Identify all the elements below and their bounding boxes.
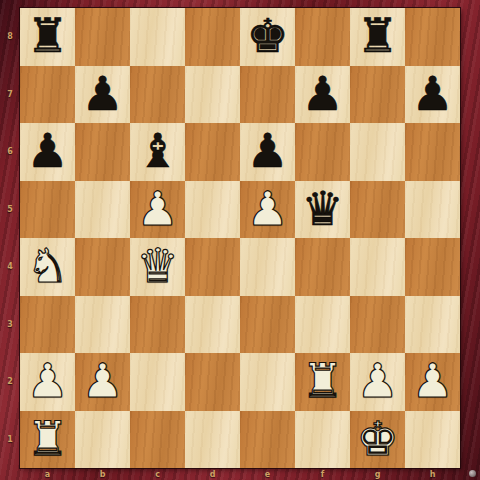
square-a6[interactable]: ♟	[20, 123, 75, 181]
square-f6[interactable]	[295, 123, 350, 181]
file-label-f: f	[295, 468, 350, 480]
square-h4[interactable]	[405, 238, 460, 296]
square-h8[interactable]	[405, 8, 460, 66]
white-king[interactable]: ♚	[356, 415, 398, 462]
rank-label-1: 1	[0, 411, 20, 469]
side-to-move-indicator-icon	[469, 470, 476, 477]
white-rook[interactable]: ♜	[26, 415, 68, 462]
square-f7[interactable]: ♟	[295, 66, 350, 124]
square-e7[interactable]	[240, 66, 295, 124]
square-a2[interactable]: ♟	[20, 353, 75, 411]
black-pawn[interactable]: ♟	[26, 127, 68, 174]
square-e5[interactable]: ♟	[240, 181, 295, 239]
square-f4[interactable]	[295, 238, 350, 296]
square-e4[interactable]	[240, 238, 295, 296]
square-h6[interactable]	[405, 123, 460, 181]
square-a7[interactable]	[20, 66, 75, 124]
square-e3[interactable]	[240, 296, 295, 354]
square-h1[interactable]	[405, 411, 460, 469]
square-d7[interactable]	[185, 66, 240, 124]
file-label-b: b	[75, 468, 130, 480]
black-rook[interactable]: ♜	[26, 12, 68, 59]
black-pawn[interactable]: ♟	[301, 70, 343, 117]
square-f5[interactable]: ♛	[295, 181, 350, 239]
rank-label-2: 2	[0, 353, 20, 411]
white-pawn[interactable]: ♟	[136, 185, 178, 232]
square-g6[interactable]	[350, 123, 405, 181]
square-g3[interactable]	[350, 296, 405, 354]
square-e8[interactable]: ♚	[240, 8, 295, 66]
rank-label-8: 8	[0, 8, 20, 66]
rank-label-5: 5	[0, 181, 20, 239]
file-label-g: g	[350, 468, 405, 480]
file-label-c: c	[130, 468, 185, 480]
square-c8[interactable]	[130, 8, 185, 66]
board: ♜♚♜♟♟♟♟♝♟♟♟♛♞♛♟♟♜♟♟♜♚	[20, 8, 460, 468]
square-b1[interactable]	[75, 411, 130, 469]
square-c4[interactable]: ♛	[130, 238, 185, 296]
square-b7[interactable]: ♟	[75, 66, 130, 124]
square-a8[interactable]: ♜	[20, 8, 75, 66]
square-f3[interactable]	[295, 296, 350, 354]
square-g1[interactable]: ♚	[350, 411, 405, 469]
white-pawn[interactable]: ♟	[246, 185, 288, 232]
square-b3[interactable]	[75, 296, 130, 354]
square-d5[interactable]	[185, 181, 240, 239]
file-label-d: d	[185, 468, 240, 480]
square-h5[interactable]	[405, 181, 460, 239]
square-d8[interactable]	[185, 8, 240, 66]
file-label-h: h	[405, 468, 460, 480]
square-b5[interactable]	[75, 181, 130, 239]
black-bishop[interactable]: ♝	[136, 127, 178, 174]
square-d3[interactable]	[185, 296, 240, 354]
white-pawn[interactable]: ♟	[411, 357, 453, 404]
black-pawn[interactable]: ♟	[246, 127, 288, 174]
rank-labels: 87654321	[0, 8, 20, 468]
black-pawn[interactable]: ♟	[411, 70, 453, 117]
rank-label-7: 7	[0, 66, 20, 124]
square-b4[interactable]	[75, 238, 130, 296]
square-c6[interactable]: ♝	[130, 123, 185, 181]
square-b6[interactable]	[75, 123, 130, 181]
square-a4[interactable]: ♞	[20, 238, 75, 296]
square-g2[interactable]: ♟	[350, 353, 405, 411]
white-pawn[interactable]: ♟	[26, 357, 68, 404]
square-c7[interactable]	[130, 66, 185, 124]
square-f2[interactable]: ♜	[295, 353, 350, 411]
square-a5[interactable]	[20, 181, 75, 239]
chessboard-frame: 87654321 ♜♚♜♟♟♟♟♝♟♟♟♛♞♛♟♟♜♟♟♜♚ abcdefgh	[0, 0, 480, 480]
white-queen[interactable]: ♛	[136, 242, 178, 289]
square-e2[interactable]	[240, 353, 295, 411]
black-pawn[interactable]: ♟	[81, 70, 123, 117]
square-g7[interactable]	[350, 66, 405, 124]
square-d1[interactable]	[185, 411, 240, 469]
rank-label-4: 4	[0, 238, 20, 296]
file-label-e: e	[240, 468, 295, 480]
square-c1[interactable]	[130, 411, 185, 469]
square-h7[interactable]: ♟	[405, 66, 460, 124]
file-label-a: a	[20, 468, 75, 480]
rank-label-3: 3	[0, 296, 20, 354]
white-pawn[interactable]: ♟	[356, 357, 398, 404]
black-king[interactable]: ♚	[246, 12, 288, 59]
square-d2[interactable]	[185, 353, 240, 411]
square-d6[interactable]	[185, 123, 240, 181]
square-a3[interactable]	[20, 296, 75, 354]
square-c3[interactable]	[130, 296, 185, 354]
square-e6[interactable]: ♟	[240, 123, 295, 181]
square-f1[interactable]	[295, 411, 350, 469]
rank-label-6: 6	[0, 123, 20, 181]
square-b2[interactable]: ♟	[75, 353, 130, 411]
square-f8[interactable]	[295, 8, 350, 66]
white-knight[interactable]: ♞	[26, 242, 68, 289]
square-g8[interactable]: ♜	[350, 8, 405, 66]
square-g5[interactable]	[350, 181, 405, 239]
square-a1[interactable]: ♜	[20, 411, 75, 469]
white-rook[interactable]: ♜	[301, 357, 343, 404]
black-queen[interactable]: ♛	[301, 185, 343, 232]
square-e1[interactable]	[240, 411, 295, 469]
square-b8[interactable]	[75, 8, 130, 66]
square-h2[interactable]: ♟	[405, 353, 460, 411]
square-g4[interactable]	[350, 238, 405, 296]
square-d4[interactable]	[185, 238, 240, 296]
white-pawn[interactable]: ♟	[81, 357, 123, 404]
square-c2[interactable]	[130, 353, 185, 411]
file-labels: abcdefgh	[20, 468, 460, 480]
black-rook[interactable]: ♜	[356, 12, 398, 59]
square-c5[interactable]: ♟	[130, 181, 185, 239]
square-h3[interactable]	[405, 296, 460, 354]
